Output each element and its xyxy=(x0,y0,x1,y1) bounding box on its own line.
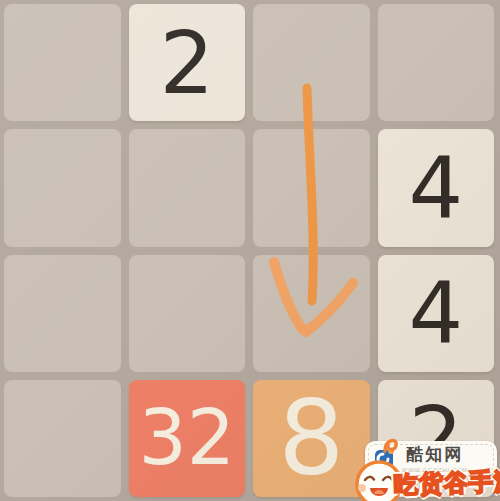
watermark-promo-text: 吃货谷手游 xyxy=(393,465,500,501)
watermark-site-name: 酷知网 xyxy=(406,443,463,466)
tile-8-r4c3: 8 xyxy=(253,380,370,497)
empty-cell-r1c1 xyxy=(4,4,121,121)
board-2048[interactable]: 2443282 xyxy=(0,0,500,501)
tile-2-r1c2: 2 xyxy=(129,4,246,121)
empty-cell-r3c2 xyxy=(129,255,246,372)
empty-cell-r1c3 xyxy=(253,4,370,121)
empty-cell-r2c3 xyxy=(253,129,370,246)
tile-4-r3c4: 4 xyxy=(378,255,495,372)
empty-cell-r2c1 xyxy=(4,129,121,246)
empty-cell-r3c3 xyxy=(253,255,370,372)
empty-cell-r2c2 xyxy=(129,129,246,246)
tile-4-r2c4: 4 xyxy=(378,129,495,246)
empty-cell-r4c1 xyxy=(4,380,121,497)
empty-cell-r3c1 xyxy=(4,255,121,372)
coozhi-logo-icon xyxy=(375,447,395,469)
tile-32-r4c2: 32 xyxy=(129,380,246,497)
empty-cell-r1c4 xyxy=(378,4,495,121)
